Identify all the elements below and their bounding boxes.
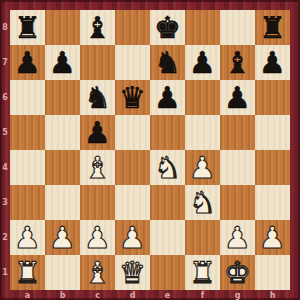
square-c6[interactable]: ♞ — [80, 80, 115, 115]
square-d5[interactable] — [115, 115, 150, 150]
black-bishop: ♝ — [220, 45, 255, 80]
square-f8[interactable] — [185, 10, 220, 45]
square-e3[interactable] — [150, 185, 185, 220]
square-b6[interactable] — [45, 80, 80, 115]
square-a4[interactable] — [10, 150, 45, 185]
square-f5[interactable] — [185, 115, 220, 150]
square-a2[interactable]: ♟ — [10, 220, 45, 255]
black-queen: ♛ — [115, 80, 150, 115]
square-a6[interactable] — [10, 80, 45, 115]
white-knight: ♞ — [150, 150, 185, 185]
black-pawn: ♟ — [150, 80, 185, 115]
black-king: ♚ — [150, 10, 185, 45]
square-g8[interactable] — [220, 10, 255, 45]
square-f7[interactable]: ♟ — [185, 45, 220, 80]
square-a5[interactable] — [10, 115, 45, 150]
square-h7[interactable]: ♟ — [255, 45, 290, 80]
square-b2[interactable]: ♟ — [45, 220, 80, 255]
square-e5[interactable] — [150, 115, 185, 150]
white-pawn: ♟ — [115, 220, 150, 255]
square-e4[interactable]: ♞ — [150, 150, 185, 185]
black-knight: ♞ — [80, 80, 115, 115]
rank-label-5: 5 — [0, 115, 10, 150]
white-pawn: ♟ — [220, 220, 255, 255]
chess-board: ♜♝♚♜♟♟♞♟♝♟♞♛♟♟♟♝♞♟♞♟♟♟♟♟♟♜♝♛♜♚ — [10, 10, 290, 290]
white-king: ♚ — [220, 255, 255, 290]
square-f1[interactable]: ♜ — [185, 255, 220, 290]
rank-label-1: 1 — [0, 255, 10, 290]
square-d2[interactable]: ♟ — [115, 220, 150, 255]
black-knight: ♞ — [150, 45, 185, 80]
square-c2[interactable]: ♟ — [80, 220, 115, 255]
white-pawn: ♟ — [255, 220, 290, 255]
black-pawn: ♟ — [45, 45, 80, 80]
file-label-c: c — [80, 290, 115, 300]
rank-label-4: 4 — [0, 150, 10, 185]
black-rook: ♜ — [255, 10, 290, 45]
file-label-f: f — [185, 290, 220, 300]
square-h4[interactable] — [255, 150, 290, 185]
file-label-d: d — [115, 290, 150, 300]
square-f3[interactable]: ♞ — [185, 185, 220, 220]
square-g4[interactable] — [220, 150, 255, 185]
square-g1[interactable]: ♚ — [220, 255, 255, 290]
black-pawn: ♟ — [185, 45, 220, 80]
black-pawn: ♟ — [220, 80, 255, 115]
square-e8[interactable]: ♚ — [150, 10, 185, 45]
square-h5[interactable] — [255, 115, 290, 150]
white-bishop: ♝ — [80, 255, 115, 290]
white-pawn: ♟ — [45, 220, 80, 255]
file-label-e: e — [150, 290, 185, 300]
file-label-h: h — [255, 290, 290, 300]
white-pawn: ♟ — [10, 220, 45, 255]
square-b4[interactable] — [45, 150, 80, 185]
rank-labels: 87654321 — [0, 10, 10, 290]
rank-label-3: 3 — [0, 185, 10, 220]
white-pawn: ♟ — [185, 150, 220, 185]
white-queen: ♛ — [115, 255, 150, 290]
black-pawn: ♟ — [80, 115, 115, 150]
square-d8[interactable] — [115, 10, 150, 45]
square-e7[interactable]: ♞ — [150, 45, 185, 80]
square-a7[interactable]: ♟ — [10, 45, 45, 80]
square-g3[interactable] — [220, 185, 255, 220]
square-g5[interactable] — [220, 115, 255, 150]
black-rook: ♜ — [10, 10, 45, 45]
white-knight: ♞ — [185, 185, 220, 220]
black-pawn: ♟ — [10, 45, 45, 80]
square-c4[interactable]: ♝ — [80, 150, 115, 185]
board-frame: 87654321 ♜♝♚♜♟♟♞♟♝♟♞♛♟♟♟♝♞♟♞♟♟♟♟♟♟♜♝♛♜♚ … — [0, 0, 300, 300]
black-bishop: ♝ — [80, 10, 115, 45]
white-rook: ♜ — [10, 255, 45, 290]
square-a8[interactable]: ♜ — [10, 10, 45, 45]
square-h2[interactable]: ♟ — [255, 220, 290, 255]
square-h3[interactable] — [255, 185, 290, 220]
square-c3[interactable] — [80, 185, 115, 220]
square-e6[interactable]: ♟ — [150, 80, 185, 115]
file-label-a: a — [10, 290, 45, 300]
square-c1[interactable]: ♝ — [80, 255, 115, 290]
white-bishop: ♝ — [80, 150, 115, 185]
square-g7[interactable]: ♝ — [220, 45, 255, 80]
square-h6[interactable] — [255, 80, 290, 115]
square-h1[interactable] — [255, 255, 290, 290]
square-f6[interactable] — [185, 80, 220, 115]
square-b7[interactable]: ♟ — [45, 45, 80, 80]
rank-label-2: 2 — [0, 220, 10, 255]
black-pawn: ♟ — [255, 45, 290, 80]
square-g2[interactable]: ♟ — [220, 220, 255, 255]
square-d1[interactable]: ♛ — [115, 255, 150, 290]
square-a1[interactable]: ♜ — [10, 255, 45, 290]
square-b5[interactable] — [45, 115, 80, 150]
square-d4[interactable] — [115, 150, 150, 185]
square-b1[interactable] — [45, 255, 80, 290]
square-e1[interactable] — [150, 255, 185, 290]
file-label-b: b — [45, 290, 80, 300]
file-labels: abcdefgh — [10, 290, 290, 300]
square-d7[interactable] — [115, 45, 150, 80]
rank-label-7: 7 — [0, 45, 10, 80]
square-e2[interactable] — [150, 220, 185, 255]
square-b8[interactable] — [45, 10, 80, 45]
square-g6[interactable]: ♟ — [220, 80, 255, 115]
white-rook: ♜ — [185, 255, 220, 290]
square-d3[interactable] — [115, 185, 150, 220]
square-c7[interactable] — [80, 45, 115, 80]
square-d6[interactable]: ♛ — [115, 80, 150, 115]
square-a3[interactable] — [10, 185, 45, 220]
file-label-g: g — [220, 290, 255, 300]
square-c8[interactable]: ♝ — [80, 10, 115, 45]
square-f4[interactable]: ♟ — [185, 150, 220, 185]
square-f2[interactable] — [185, 220, 220, 255]
rank-label-6: 6 — [0, 80, 10, 115]
square-b3[interactable] — [45, 185, 80, 220]
square-c5[interactable]: ♟ — [80, 115, 115, 150]
square-h8[interactable]: ♜ — [255, 10, 290, 45]
white-pawn: ♟ — [80, 220, 115, 255]
rank-label-8: 8 — [0, 10, 10, 45]
